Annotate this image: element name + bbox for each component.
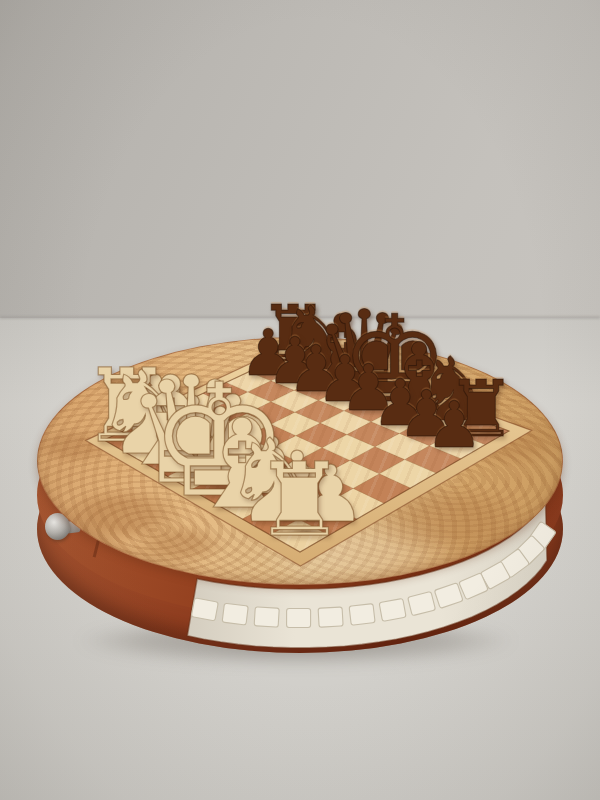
pieces-layer: ♜♞♝♛♚♝♞♜♟♟♟♟♟♟♟♟♟♟♟♟♟♟♟♟♜♞♝♛♚♝♞♜ <box>0 0 600 800</box>
photo-scene: ♜♞♝♛♚♝♞♜♟♟♟♟♟♟♟♟♟♟♟♟♟♟♟♟♜♞♝♛♚♝♞♜ <box>0 0 600 800</box>
piece-black-pawn: ♟ <box>426 393 483 457</box>
piece-white-rook: ♜ <box>254 450 345 552</box>
